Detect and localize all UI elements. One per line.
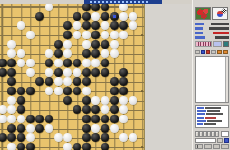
board-cell[interactable] <box>0 68 7 77</box>
board-cell[interactable] <box>138 124 145 133</box>
board-cell[interactable] <box>119 96 128 105</box>
board-cell[interactable] <box>63 133 72 142</box>
board-cell[interactable] <box>35 40 44 49</box>
board-cell[interactable] <box>110 68 119 77</box>
board-cell[interactable] <box>7 105 16 114</box>
board-cell[interactable] <box>63 114 72 123</box>
send-button[interactable] <box>217 138 223 143</box>
board-cell[interactable] <box>35 12 44 21</box>
board-cell[interactable] <box>82 105 91 114</box>
board-cell[interactable] <box>138 142 145 150</box>
board-cell[interactable] <box>138 86 145 95</box>
board-cell[interactable] <box>128 40 137 49</box>
board-cell[interactable] <box>91 133 100 142</box>
white-stone <box>119 133 128 142</box>
board-cell[interactable] <box>7 4 16 12</box>
board-cell[interactable] <box>91 124 100 133</box>
board-cell[interactable] <box>138 105 145 114</box>
board-cell[interactable] <box>16 105 25 114</box>
board-cell[interactable] <box>82 4 91 12</box>
observer-list-pane[interactable] <box>195 56 229 103</box>
board-cell[interactable] <box>0 12 7 21</box>
board-cell[interactable] <box>138 21 145 30</box>
board-cell[interactable] <box>7 77 16 86</box>
board-cell[interactable] <box>63 105 72 114</box>
board-cell[interactable] <box>63 4 72 12</box>
board-cell[interactable] <box>7 30 16 39</box>
board-cell[interactable] <box>0 133 7 142</box>
board-cell[interactable] <box>91 58 100 67</box>
board-cell[interactable] <box>110 21 119 30</box>
board-cell[interactable] <box>100 21 109 30</box>
board-cell[interactable] <box>16 49 25 58</box>
board-cell[interactable] <box>54 105 63 114</box>
board-cell[interactable] <box>26 133 35 142</box>
board-cell[interactable] <box>91 40 100 49</box>
board-cell[interactable] <box>7 86 16 95</box>
go-board-panel[interactable] <box>0 4 145 150</box>
board-cell[interactable] <box>91 68 100 77</box>
red-tool-icon[interactable] <box>206 50 210 54</box>
board-cell[interactable] <box>128 30 137 39</box>
board-cell[interactable] <box>35 114 44 123</box>
board-cell[interactable] <box>7 21 16 30</box>
board-cell[interactable] <box>44 114 53 123</box>
board-cell[interactable] <box>44 40 53 49</box>
orange-tool-icon-2[interactable] <box>223 50 228 54</box>
board-cell[interactable] <box>16 96 25 105</box>
board-cell[interactable] <box>26 49 35 58</box>
board-cell[interactable] <box>119 133 128 142</box>
board-cell[interactable] <box>7 40 16 49</box>
board-cell[interactable] <box>26 86 35 95</box>
info-row-name <box>195 22 229 26</box>
board-cell[interactable] <box>7 96 16 105</box>
tool-button[interactable] <box>195 50 200 54</box>
board-cell[interactable] <box>16 142 25 150</box>
board-cell[interactable] <box>72 77 81 86</box>
board-cell[interactable] <box>100 12 109 21</box>
board-cell[interactable] <box>63 68 72 77</box>
board-cell[interactable] <box>35 4 44 12</box>
board-cell[interactable] <box>0 21 7 30</box>
board-cell[interactable] <box>128 105 137 114</box>
board-cell[interactable] <box>26 124 35 133</box>
board-cell[interactable] <box>63 96 72 105</box>
board-cell[interactable] <box>35 124 44 133</box>
board-cell[interactable] <box>128 58 137 67</box>
board-cell[interactable] <box>16 30 25 39</box>
board-cell[interactable] <box>7 68 16 77</box>
pass-button[interactable] <box>195 144 203 149</box>
board-cell[interactable] <box>35 30 44 39</box>
black-stone <box>82 124 91 133</box>
board-cell[interactable] <box>72 12 81 21</box>
board-cell[interactable] <box>110 124 119 133</box>
board-cell[interactable] <box>119 4 128 12</box>
board-cell[interactable] <box>63 77 72 86</box>
board-cell[interactable] <box>110 58 119 67</box>
board-cell[interactable] <box>119 21 128 30</box>
board-cell[interactable] <box>100 4 109 12</box>
orange-tool-icon[interactable] <box>217 50 222 54</box>
board-cell[interactable] <box>128 4 137 12</box>
board-cell[interactable] <box>0 77 7 86</box>
board-cell[interactable] <box>63 30 72 39</box>
board-cell[interactable] <box>26 58 35 67</box>
board-cell[interactable] <box>16 40 25 49</box>
board-cell[interactable] <box>91 114 100 123</box>
board-cell[interactable] <box>82 114 91 123</box>
board-cell[interactable] <box>0 4 7 12</box>
board-cell[interactable] <box>72 49 81 58</box>
board-cell[interactable] <box>0 124 7 133</box>
board-cell[interactable] <box>63 21 72 30</box>
board-cell[interactable] <box>44 68 53 77</box>
board-cell[interactable] <box>0 86 7 95</box>
board-cell[interactable] <box>26 21 35 30</box>
board-cell[interactable] <box>26 142 35 150</box>
board-cell[interactable] <box>138 114 145 123</box>
board-cell[interactable] <box>72 68 81 77</box>
board-cell[interactable] <box>16 21 25 30</box>
board-cell[interactable] <box>54 68 63 77</box>
board-cell[interactable] <box>63 124 72 133</box>
board-cell[interactable] <box>119 86 128 95</box>
board-cell[interactable] <box>82 86 91 95</box>
board-cell[interactable] <box>26 114 35 123</box>
board-cell[interactable] <box>91 105 100 114</box>
board-cell[interactable] <box>119 40 128 49</box>
board-cell[interactable] <box>128 49 137 58</box>
board-cell[interactable] <box>138 58 145 67</box>
board-cell[interactable] <box>26 30 35 39</box>
board-cell[interactable] <box>82 133 91 142</box>
board-cell[interactable] <box>44 30 53 39</box>
board-cell[interactable] <box>7 133 16 142</box>
board-cell[interactable] <box>128 68 137 77</box>
board-cell[interactable] <box>138 77 145 86</box>
board-cell[interactable] <box>82 58 91 67</box>
board-cell[interactable] <box>0 40 7 49</box>
board-cell[interactable] <box>7 12 16 21</box>
board-cell[interactable] <box>44 142 53 150</box>
board-cell[interactable] <box>82 30 91 39</box>
exit-button[interactable] <box>221 144 229 149</box>
board-cell[interactable] <box>35 58 44 67</box>
board-cell[interactable] <box>110 96 119 105</box>
board-cell[interactable] <box>7 49 16 58</box>
board-cell[interactable] <box>82 124 91 133</box>
board-cell[interactable] <box>91 4 100 12</box>
korean-action-button[interactable] <box>195 41 212 47</box>
board-cell[interactable] <box>82 142 91 150</box>
nav-last-move-button[interactable] <box>215 131 219 137</box>
board-cell[interactable] <box>16 114 25 123</box>
board-cell[interactable] <box>128 21 137 30</box>
board-cell[interactable] <box>72 105 81 114</box>
black-stone <box>7 77 16 86</box>
board-cell[interactable] <box>26 96 35 105</box>
board-cell[interactable] <box>44 96 53 105</box>
nav-back-button[interactable] <box>203 131 207 137</box>
board-cell[interactable] <box>82 49 91 58</box>
board-cell[interactable] <box>110 114 119 123</box>
black-stone <box>17 143 26 150</box>
board-cell[interactable] <box>82 40 91 49</box>
board-cell[interactable] <box>110 12 119 21</box>
board-cell[interactable] <box>72 124 81 133</box>
board-cell[interactable] <box>138 68 145 77</box>
board-cell[interactable] <box>26 4 35 12</box>
board-cell[interactable] <box>54 49 63 58</box>
board-cell[interactable] <box>16 58 25 67</box>
board-cell[interactable] <box>100 142 109 150</box>
board-cell[interactable] <box>119 12 128 21</box>
board-cell[interactable] <box>26 77 35 86</box>
board-cell[interactable] <box>63 40 72 49</box>
move-number-box[interactable] <box>221 131 229 137</box>
white-stone <box>82 87 91 96</box>
board-cell[interactable] <box>100 49 109 58</box>
board-cell[interactable] <box>128 12 137 21</box>
white-stone <box>45 124 54 133</box>
board-cell[interactable] <box>100 86 109 95</box>
board-cell[interactable] <box>26 12 35 21</box>
board-cell[interactable] <box>54 58 63 67</box>
board-cell[interactable] <box>44 133 53 142</box>
board-cell[interactable] <box>72 142 81 150</box>
board-cell[interactable] <box>63 12 72 21</box>
board-cell[interactable] <box>128 114 137 123</box>
board-cell[interactable] <box>100 40 109 49</box>
secondary-action-button[interactable] <box>213 41 222 47</box>
board-cell[interactable] <box>100 58 109 67</box>
board-cell[interactable] <box>91 30 100 39</box>
board-cell[interactable] <box>72 133 81 142</box>
board-cell[interactable] <box>82 12 91 21</box>
board-cell[interactable] <box>35 142 44 150</box>
board-cell[interactable] <box>16 133 25 142</box>
board-cell[interactable] <box>26 40 35 49</box>
board-cell[interactable] <box>0 58 7 67</box>
board-cell[interactable] <box>138 12 145 21</box>
tool-button[interactable] <box>211 50 216 54</box>
board-cell[interactable] <box>119 58 128 67</box>
board-cell[interactable] <box>35 96 44 105</box>
board-cell[interactable] <box>72 4 81 12</box>
board-cell[interactable] <box>91 142 100 150</box>
board-cell[interactable] <box>138 4 145 12</box>
board-cell[interactable] <box>72 114 81 123</box>
board-cell[interactable] <box>119 142 128 150</box>
board-cell[interactable] <box>100 68 109 77</box>
board-cell[interactable] <box>26 105 35 114</box>
game-info-sidebar <box>192 0 230 150</box>
board-cell[interactable] <box>54 12 63 21</box>
board-cell[interactable] <box>54 86 63 95</box>
board-cell[interactable] <box>44 86 53 95</box>
board-cell[interactable] <box>128 77 137 86</box>
board-cell[interactable] <box>54 21 63 30</box>
board-cell[interactable] <box>91 96 100 105</box>
board-cell[interactable] <box>26 68 35 77</box>
black-stone <box>110 21 119 30</box>
board-cell[interactable] <box>119 105 128 114</box>
board-cell[interactable] <box>54 77 63 86</box>
board-cell[interactable] <box>54 30 63 39</box>
board-cell[interactable] <box>72 86 81 95</box>
board-cell[interactable] <box>16 124 25 133</box>
board-cell[interactable] <box>91 49 100 58</box>
white-stone <box>119 96 128 105</box>
board-cell[interactable] <box>0 114 7 123</box>
board-cell[interactable] <box>44 21 53 30</box>
board-cell[interactable] <box>0 142 7 150</box>
board-cell[interactable] <box>54 114 63 123</box>
board-cell[interactable] <box>54 96 63 105</box>
board-cell[interactable] <box>35 68 44 77</box>
board-cell[interactable] <box>100 114 109 123</box>
board-cell[interactable] <box>100 77 109 86</box>
board-cell[interactable] <box>100 105 109 114</box>
chat-input[interactable] <box>195 138 216 143</box>
black-stone <box>101 4 110 11</box>
board-cell[interactable] <box>7 114 16 123</box>
board-cell[interactable] <box>35 77 44 86</box>
board-cell[interactable] <box>110 105 119 114</box>
board-cell[interactable] <box>128 133 137 142</box>
blue-tool-icon[interactable] <box>201 50 205 54</box>
board-cell[interactable] <box>72 58 81 67</box>
board-cell[interactable] <box>72 30 81 39</box>
nav-forward-button[interactable] <box>207 131 211 137</box>
board-cell[interactable] <box>44 58 53 67</box>
board-cell[interactable] <box>82 21 91 30</box>
board-cell[interactable] <box>63 49 72 58</box>
board-cell[interactable] <box>35 21 44 30</box>
board-cell[interactable] <box>138 30 145 39</box>
board-cell[interactable] <box>100 133 109 142</box>
nav-back-10-button[interactable] <box>199 131 203 137</box>
black-stone <box>101 40 110 49</box>
board-cell[interactable] <box>82 77 91 86</box>
board-cell[interactable] <box>91 77 100 86</box>
board-cell[interactable] <box>0 30 7 39</box>
board-cell[interactable] <box>138 40 145 49</box>
board-cell[interactable] <box>7 124 16 133</box>
board-cell[interactable] <box>16 12 25 21</box>
board-cell[interactable] <box>91 12 100 21</box>
board-cell[interactable] <box>72 96 81 105</box>
board-cell[interactable] <box>44 77 53 86</box>
board-cell[interactable] <box>119 68 128 77</box>
board-cell[interactable] <box>16 4 25 12</box>
white-stone <box>17 115 26 124</box>
board-cell[interactable] <box>110 40 119 49</box>
board-cell[interactable] <box>110 142 119 150</box>
board-cell[interactable] <box>44 4 53 12</box>
board-cell[interactable] <box>35 105 44 114</box>
board-cell[interactable] <box>44 124 53 133</box>
white-stone <box>7 40 16 49</box>
count-button[interactable] <box>213 144 221 149</box>
board-cell[interactable] <box>91 21 100 30</box>
board-cell[interactable] <box>110 49 119 58</box>
board-cell[interactable] <box>35 133 44 142</box>
board-cell[interactable] <box>119 114 128 123</box>
board-grid[interactable] <box>0 4 145 150</box>
board-cell[interactable] <box>119 30 128 39</box>
board-cell[interactable] <box>119 49 128 58</box>
board-cell[interactable] <box>82 96 91 105</box>
board-cell[interactable] <box>100 30 109 39</box>
chat-log-pane[interactable] <box>195 105 229 128</box>
board-cell[interactable] <box>138 96 145 105</box>
board-cell[interactable] <box>0 105 7 114</box>
move-navigation-toolbar <box>195 130 229 137</box>
board-cell[interactable] <box>54 40 63 49</box>
board-cell[interactable] <box>63 142 72 150</box>
board-cell[interactable] <box>128 86 137 95</box>
board-cell[interactable] <box>63 86 72 95</box>
white-stone <box>129 133 138 142</box>
board-cell[interactable] <box>128 124 137 133</box>
emoticon-button[interactable] <box>224 138 229 143</box>
board-cell[interactable] <box>128 96 137 105</box>
board-cell[interactable] <box>110 77 119 86</box>
board-cell[interactable] <box>44 12 53 21</box>
board-cell[interactable] <box>0 96 7 105</box>
board-cell[interactable] <box>0 49 7 58</box>
board-cell[interactable] <box>110 133 119 142</box>
resign-button[interactable] <box>204 144 212 149</box>
board-cell[interactable] <box>138 49 145 58</box>
board-cell[interactable] <box>72 40 81 49</box>
scrollbar[interactable] <box>225 57 228 102</box>
board-cell[interactable] <box>138 133 145 142</box>
nav-first-move-button[interactable] <box>195 131 199 137</box>
board-cell[interactable] <box>54 142 63 150</box>
board-cell[interactable] <box>110 4 119 12</box>
board-cell[interactable] <box>63 58 72 67</box>
board-cell[interactable] <box>54 124 63 133</box>
board-cell[interactable] <box>119 124 128 133</box>
board-cell[interactable] <box>128 142 137 150</box>
teal-tool-button[interactable] <box>223 41 229 47</box>
board-cell[interactable] <box>91 86 100 95</box>
board-cell[interactable] <box>54 4 63 12</box>
board-cell[interactable] <box>44 105 53 114</box>
board-cell[interactable] <box>16 77 25 86</box>
nav-forward-10-button[interactable] <box>211 131 215 137</box>
board-cell[interactable] <box>35 86 44 95</box>
board-cell[interactable] <box>7 142 16 150</box>
board-cell[interactable] <box>16 86 25 95</box>
board-cell[interactable] <box>110 86 119 95</box>
board-cell[interactable] <box>7 58 16 67</box>
board-cell[interactable] <box>100 96 109 105</box>
board-cell[interactable] <box>35 49 44 58</box>
board-cell[interactable] <box>110 30 119 39</box>
board-cell[interactable] <box>54 133 63 142</box>
board-cell[interactable] <box>44 49 53 58</box>
board-cell[interactable] <box>16 68 25 77</box>
board-cell[interactable] <box>100 124 109 133</box>
board-cell[interactable] <box>82 68 91 77</box>
board-cell[interactable] <box>72 21 81 30</box>
board-cell[interactable] <box>119 77 128 86</box>
